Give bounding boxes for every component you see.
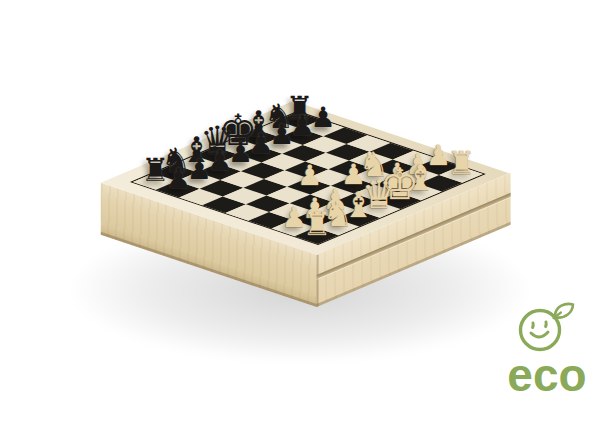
piece-white-rook: ♜: [447, 146, 476, 178]
eco-smiley-leaf-icon: [511, 302, 583, 354]
eco-badge: eco: [495, 300, 599, 404]
piece-white-pawn: ♟: [297, 162, 322, 190]
box-corner-seam: [317, 254, 319, 307]
eco-label: eco: [495, 348, 599, 402]
piece-white-rook: ♜: [303, 208, 332, 240]
product-photo: ♜♞♝♛♚♝♞♜♟♟♟♟♟♟♟♟♟♟♞♟♟♟♟♟♟♜♞♝♛♚♝♜ eco: [0, 0, 600, 427]
piece-black-pawn: ♟: [166, 165, 191, 193]
